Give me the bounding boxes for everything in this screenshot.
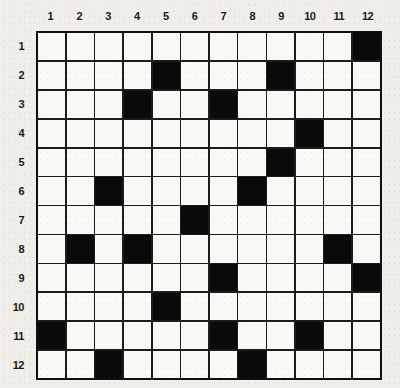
blocked-cell-r9-c7 [210, 264, 237, 291]
open-cell-r5-c7[interactable] [210, 149, 237, 176]
open-cell-r12-c4[interactable] [124, 351, 151, 378]
open-cell-r11-c11[interactable] [324, 322, 351, 349]
open-cell-r4-c7[interactable] [210, 120, 237, 147]
open-cell-r8-c5[interactable] [153, 235, 180, 262]
open-cell-r11-c5[interactable] [153, 322, 180, 349]
open-cell-r7-c4[interactable] [124, 206, 151, 233]
row-labels: 123456789101112 [0, 31, 31, 380]
blocked-cell-r9-c12 [353, 264, 380, 291]
blocked-cell-r11-c7 [210, 322, 237, 349]
open-cell-r12-c1[interactable] [38, 351, 65, 378]
open-cell-r8-c9[interactable] [267, 235, 294, 262]
open-cell-r2-c11[interactable] [324, 62, 351, 89]
puzzle-board [36, 31, 382, 380]
open-cell-r9-c6[interactable] [181, 264, 208, 291]
open-cell-r4-c4[interactable] [124, 120, 151, 147]
col-label-3: 3 [94, 6, 123, 26]
open-cell-r11-c6[interactable] [181, 322, 208, 349]
open-cell-r7-c12[interactable] [353, 206, 380, 233]
open-cell-r1-c11[interactable] [324, 33, 351, 60]
blocked-cell-r12-c3 [95, 351, 122, 378]
open-cell-r1-c10[interactable] [296, 33, 323, 60]
open-cell-r10-c7[interactable] [210, 293, 237, 320]
open-cell-r1-c3[interactable] [95, 33, 122, 60]
col-label-8: 8 [238, 6, 267, 26]
open-cell-r3-c10[interactable] [296, 91, 323, 118]
open-cell-r12-c12[interactable] [353, 351, 380, 378]
open-cell-r4-c8[interactable] [238, 120, 265, 147]
open-cell-r3-c9[interactable] [267, 91, 294, 118]
open-cell-r8-c7[interactable] [210, 235, 237, 262]
open-cell-r5-c4[interactable] [124, 149, 151, 176]
open-cell-r8-c10[interactable] [296, 235, 323, 262]
open-cell-r1-c1[interactable] [38, 33, 65, 60]
open-cell-r8-c8[interactable] [238, 235, 265, 262]
open-cell-r9-c5[interactable] [153, 264, 180, 291]
open-cell-r5-c10[interactable] [296, 149, 323, 176]
open-cell-r6-c7[interactable] [210, 177, 237, 204]
row-label-7: 7 [0, 205, 31, 234]
open-cell-r2-c2[interactable] [67, 62, 94, 89]
blocked-cell-r6-c8 [238, 177, 265, 204]
crossword-diagram: 123456789101112 123456789101112 [0, 0, 400, 388]
open-cell-r5-c8[interactable] [238, 149, 265, 176]
open-cell-r4-c6[interactable] [181, 120, 208, 147]
open-cell-r1-c4[interactable] [124, 33, 151, 60]
row-label-5: 5 [0, 147, 31, 176]
blocked-cell-r4-c10 [296, 120, 323, 147]
col-label-7: 7 [209, 6, 238, 26]
open-cell-r9-c4[interactable] [124, 264, 151, 291]
open-cell-r3-c11[interactable] [324, 91, 351, 118]
open-cell-r3-c1[interactable] [38, 91, 65, 118]
open-cell-r9-c10[interactable] [296, 264, 323, 291]
open-cell-r10-c8[interactable] [238, 293, 265, 320]
col-label-9: 9 [267, 6, 296, 26]
open-cell-r7-c9[interactable] [267, 206, 294, 233]
open-cell-r7-c10[interactable] [296, 206, 323, 233]
open-cell-r12-c6[interactable] [181, 351, 208, 378]
row-label-2: 2 [0, 60, 31, 89]
open-cell-r11-c12[interactable] [353, 322, 380, 349]
blocked-cell-r3-c7 [210, 91, 237, 118]
blocked-cell-r2-c9 [267, 62, 294, 89]
blocked-cell-r12-c8 [238, 351, 265, 378]
open-cell-r11-c4[interactable] [124, 322, 151, 349]
open-cell-r4-c5[interactable] [153, 120, 180, 147]
open-cell-r11-c9[interactable] [267, 322, 294, 349]
open-cell-r11-c8[interactable] [238, 322, 265, 349]
open-cell-r10-c6[interactable] [181, 293, 208, 320]
open-cell-r9-c3[interactable] [95, 264, 122, 291]
open-cell-r11-c2[interactable] [67, 322, 94, 349]
open-cell-r9-c2[interactable] [67, 264, 94, 291]
open-cell-r2-c12[interactable] [353, 62, 380, 89]
open-cell-r2-c1[interactable] [38, 62, 65, 89]
open-cell-r10-c1[interactable] [38, 293, 65, 320]
open-cell-r5-c6[interactable] [181, 149, 208, 176]
blocked-cell-r11-c10 [296, 322, 323, 349]
open-cell-r3-c5[interactable] [153, 91, 180, 118]
open-cell-r10-c4[interactable] [124, 293, 151, 320]
open-cell-r12-c10[interactable] [296, 351, 323, 378]
row-label-3: 3 [0, 89, 31, 118]
col-label-6: 6 [180, 6, 209, 26]
open-cell-r5-c2[interactable] [67, 149, 94, 176]
blocked-cell-r10-c5 [153, 293, 180, 320]
col-label-5: 5 [151, 6, 180, 26]
open-cell-r12-c9[interactable] [267, 351, 294, 378]
row-label-6: 6 [0, 176, 31, 205]
open-cell-r2-c4[interactable] [124, 62, 151, 89]
open-cell-r4-c12[interactable] [353, 120, 380, 147]
blocked-cell-r1-c12 [353, 33, 380, 60]
open-cell-r4-c3[interactable] [95, 120, 122, 147]
open-cell-r8-c1[interactable] [38, 235, 65, 262]
column-labels: 123456789101112 [36, 6, 382, 26]
open-cell-r6-c10[interactable] [296, 177, 323, 204]
blocked-cell-r3-c4 [124, 91, 151, 118]
open-cell-r12-c7[interactable] [210, 351, 237, 378]
open-cell-r1-c6[interactable] [181, 33, 208, 60]
open-cell-r12-c5[interactable] [153, 351, 180, 378]
open-cell-r6-c9[interactable] [267, 177, 294, 204]
blocked-cell-r8-c4 [124, 235, 151, 262]
open-cell-r3-c2[interactable] [67, 91, 94, 118]
col-label-11: 11 [324, 6, 353, 26]
open-cell-r3-c3[interactable] [95, 91, 122, 118]
blocked-cell-r5-c9 [267, 149, 294, 176]
open-cell-r1-c8[interactable] [238, 33, 265, 60]
open-cell-r6-c11[interactable] [324, 177, 351, 204]
open-cell-r8-c6[interactable] [181, 235, 208, 262]
row-label-8: 8 [0, 235, 31, 264]
open-cell-r2-c10[interactable] [296, 62, 323, 89]
open-cell-r6-c2[interactable] [67, 177, 94, 204]
open-cell-r12-c11[interactable] [324, 351, 351, 378]
open-cell-r5-c1[interactable] [38, 149, 65, 176]
open-cell-r10-c3[interactable] [95, 293, 122, 320]
open-cell-r5-c5[interactable] [153, 149, 180, 176]
open-cell-r10-c2[interactable] [67, 293, 94, 320]
open-cell-r6-c1[interactable] [38, 177, 65, 204]
open-cell-r6-c5[interactable] [153, 177, 180, 204]
open-cell-r7-c7[interactable] [210, 206, 237, 233]
open-cell-r1-c5[interactable] [153, 33, 180, 60]
row-label-12: 12 [0, 351, 31, 380]
open-cell-r1-c7[interactable] [210, 33, 237, 60]
open-cell-r4-c9[interactable] [267, 120, 294, 147]
row-label-9: 9 [0, 264, 31, 293]
col-label-2: 2 [65, 6, 94, 26]
open-cell-r5-c12[interactable] [353, 149, 380, 176]
open-cell-r6-c12[interactable] [353, 177, 380, 204]
open-cell-r2-c3[interactable] [95, 62, 122, 89]
open-cell-r7-c8[interactable] [238, 206, 265, 233]
row-label-1: 1 [0, 31, 31, 60]
open-cell-r10-c9[interactable] [267, 293, 294, 320]
blocked-cell-r7-c6 [181, 206, 208, 233]
blocked-cell-r6-c3 [95, 177, 122, 204]
open-cell-r2-c8[interactable] [238, 62, 265, 89]
blocked-cell-r8-c11 [324, 235, 351, 262]
open-cell-r3-c12[interactable] [353, 91, 380, 118]
blocked-cell-r2-c5 [153, 62, 180, 89]
open-cell-r4-c11[interactable] [324, 120, 351, 147]
open-cell-r3-c8[interactable] [238, 91, 265, 118]
col-label-10: 10 [295, 6, 324, 26]
open-cell-r12-c2[interactable] [67, 351, 94, 378]
open-cell-r7-c3[interactable] [95, 206, 122, 233]
col-label-12: 12 [353, 6, 382, 26]
open-cell-r10-c11[interactable] [324, 293, 351, 320]
open-cell-r8-c3[interactable] [95, 235, 122, 262]
open-cell-r6-c6[interactable] [181, 177, 208, 204]
open-cell-r9-c1[interactable] [38, 264, 65, 291]
open-cell-r7-c5[interactable] [153, 206, 180, 233]
open-cell-r11-c3[interactable] [95, 322, 122, 349]
open-cell-r7-c1[interactable] [38, 206, 65, 233]
open-cell-r2-c6[interactable] [181, 62, 208, 89]
open-cell-r1-c2[interactable] [67, 33, 94, 60]
open-cell-r7-c2[interactable] [67, 206, 94, 233]
open-cell-r10-c10[interactable] [296, 293, 323, 320]
open-cell-r4-c2[interactable] [67, 120, 94, 147]
open-cell-r7-c11[interactable] [324, 206, 351, 233]
row-label-11: 11 [0, 322, 31, 351]
open-cell-r2-c7[interactable] [210, 62, 237, 89]
open-cell-r8-c12[interactable] [353, 235, 380, 262]
open-cell-r5-c3[interactable] [95, 149, 122, 176]
open-cell-r5-c11[interactable] [324, 149, 351, 176]
col-label-1: 1 [36, 6, 65, 26]
open-cell-r4-c1[interactable] [38, 120, 65, 147]
open-cell-r3-c6[interactable] [181, 91, 208, 118]
blocked-cell-r8-c2 [67, 235, 94, 262]
open-cell-r6-c4[interactable] [124, 177, 151, 204]
col-label-4: 4 [122, 6, 151, 26]
open-cell-r1-c9[interactable] [267, 33, 294, 60]
open-cell-r9-c11[interactable] [324, 264, 351, 291]
open-cell-r9-c8[interactable] [238, 264, 265, 291]
open-cell-r10-c12[interactable] [353, 293, 380, 320]
blocked-cell-r11-c1 [38, 322, 65, 349]
open-cell-r9-c9[interactable] [267, 264, 294, 291]
row-label-4: 4 [0, 118, 31, 147]
row-label-10: 10 [0, 293, 31, 322]
